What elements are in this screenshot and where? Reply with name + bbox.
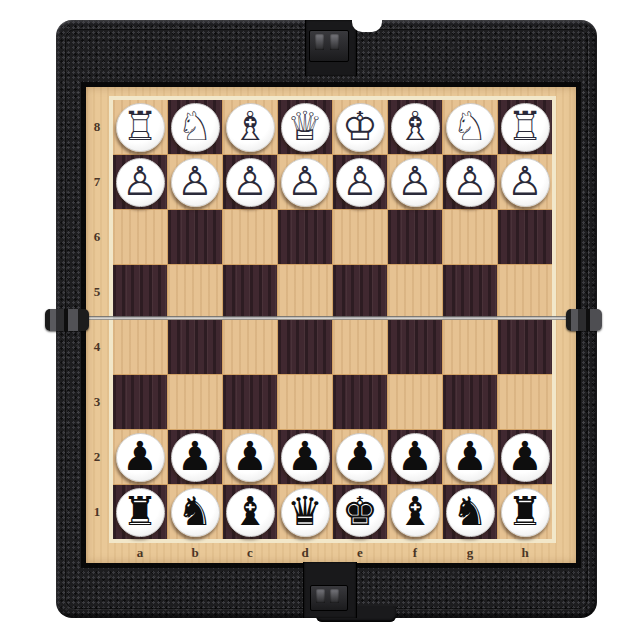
piece-black-bishop[interactable]: ♝ (226, 488, 275, 537)
square-e6[interactable] (333, 210, 387, 264)
piece-glyph: ♘ (452, 106, 488, 146)
piece-glyph: ♟ (122, 436, 158, 476)
piece-black-pawn[interactable]: ♟ (391, 433, 440, 482)
square-c8[interactable]: ♗ (223, 100, 277, 154)
rank-label-6: 6 (87, 210, 107, 264)
file-label-h: h (498, 544, 552, 562)
chess-board: ♖♘♗♕♔♗♘♖♙♙♙♙♙♙♙♙♟♟♟♟♟♟♟♟♜♞♝♛♚♝♞♜ 8765432… (86, 87, 576, 563)
piece-glyph: ♙ (397, 161, 433, 201)
square-f1[interactable]: ♝ (388, 485, 442, 539)
square-a7[interactable]: ♙ (113, 155, 167, 209)
rank-label-8: 8 (87, 100, 107, 154)
piece-white-rook[interactable]: ♖ (116, 103, 165, 152)
piece-glyph: ♙ (232, 161, 268, 201)
piece-glyph: ♖ (507, 106, 543, 146)
piece-black-bishop[interactable]: ♝ (391, 488, 440, 537)
piece-white-rook[interactable]: ♖ (501, 103, 550, 152)
rank-label-3: 3 (87, 375, 107, 429)
square-a6[interactable] (113, 210, 167, 264)
piece-white-knight[interactable]: ♘ (446, 103, 495, 152)
piece-white-pawn[interactable]: ♙ (336, 158, 385, 207)
file-label-f: f (388, 544, 442, 562)
square-f8[interactable]: ♗ (388, 100, 442, 154)
case-thumb-notch (352, 19, 382, 32)
pocket-chess-set-photo: ♖♘♗♕♔♗♘♖♙♙♙♙♙♙♙♙♟♟♟♟♟♟♟♟♜♞♝♛♚♝♞♜ 8765432… (0, 0, 640, 640)
hinge-barrel-left (45, 309, 89, 331)
square-c3[interactable] (223, 375, 277, 429)
piece-glyph: ♟ (232, 436, 268, 476)
file-label-b: b (168, 544, 222, 562)
square-g4[interactable] (443, 320, 497, 374)
piece-black-knight[interactable]: ♞ (171, 488, 220, 537)
square-g7[interactable]: ♙ (443, 155, 497, 209)
piece-white-pawn[interactable]: ♙ (116, 158, 165, 207)
piece-black-pawn[interactable]: ♟ (501, 433, 550, 482)
square-d7[interactable]: ♙ (278, 155, 332, 209)
square-h6[interactable] (498, 210, 552, 264)
square-a2[interactable]: ♟ (113, 430, 167, 484)
piece-black-knight[interactable]: ♞ (446, 488, 495, 537)
piece-black-pawn[interactable]: ♟ (336, 433, 385, 482)
square-e7[interactable]: ♙ (333, 155, 387, 209)
file-label-c: c (223, 544, 277, 562)
piece-black-rook[interactable]: ♜ (501, 488, 550, 537)
square-e5[interactable] (333, 265, 387, 319)
piece-glyph: ♙ (342, 161, 378, 201)
square-a1[interactable]: ♜ (113, 485, 167, 539)
square-h8[interactable]: ♖ (498, 100, 552, 154)
square-e3[interactable] (333, 375, 387, 429)
piece-white-queen[interactable]: ♕ (281, 103, 330, 152)
piece-glyph: ♙ (452, 161, 488, 201)
square-a8[interactable]: ♖ (113, 100, 167, 154)
piece-glyph: ♛ (287, 491, 323, 531)
square-c1[interactable]: ♝ (223, 485, 277, 539)
piece-glyph: ♟ (507, 436, 543, 476)
file-label-d: d (278, 544, 332, 562)
square-d8[interactable]: ♕ (278, 100, 332, 154)
rank-label-4: 4 (87, 320, 107, 374)
square-f4[interactable] (388, 320, 442, 374)
square-g6[interactable] (443, 210, 497, 264)
square-d4[interactable] (278, 320, 332, 374)
piece-white-pawn[interactable]: ♙ (171, 158, 220, 207)
piece-glyph: ♙ (287, 161, 323, 201)
square-d2[interactable]: ♟ (278, 430, 332, 484)
board-fold-seam (86, 316, 576, 320)
square-d1[interactable]: ♛ (278, 485, 332, 539)
square-f2[interactable]: ♟ (388, 430, 442, 484)
piece-black-rook[interactable]: ♜ (116, 488, 165, 537)
square-g2[interactable]: ♟ (443, 430, 497, 484)
piece-glyph: ♗ (397, 106, 433, 146)
piece-white-bishop[interactable]: ♗ (391, 103, 440, 152)
square-c4[interactable] (223, 320, 277, 374)
piece-black-pawn[interactable]: ♟ (116, 433, 165, 482)
square-e4[interactable] (333, 320, 387, 374)
square-c5[interactable] (223, 265, 277, 319)
piece-glyph: ♖ (122, 106, 158, 146)
square-d5[interactable] (278, 265, 332, 319)
rank-label-1: 1 (87, 485, 107, 539)
piece-glyph: ♙ (507, 161, 543, 201)
piece-glyph: ♝ (232, 491, 268, 531)
square-b8[interactable]: ♘ (168, 100, 222, 154)
piece-glyph: ♝ (397, 491, 433, 531)
piece-white-pawn[interactable]: ♙ (446, 158, 495, 207)
file-label-g: g (443, 544, 497, 562)
square-h7[interactable]: ♙ (498, 155, 552, 209)
square-b6[interactable] (168, 210, 222, 264)
clasp-slot (330, 589, 339, 603)
square-e2[interactable]: ♟ (333, 430, 387, 484)
piece-white-pawn[interactable]: ♙ (391, 158, 440, 207)
piece-glyph: ♞ (177, 491, 213, 531)
square-g3[interactable] (443, 375, 497, 429)
piece-white-pawn[interactable]: ♙ (501, 158, 550, 207)
square-b1[interactable]: ♞ (168, 485, 222, 539)
piece-glyph: ♔ (342, 106, 378, 146)
square-g1[interactable]: ♞ (443, 485, 497, 539)
square-d6[interactable] (278, 210, 332, 264)
piece-glyph: ♞ (452, 491, 488, 531)
square-f3[interactable] (388, 375, 442, 429)
file-label-e: e (333, 544, 387, 562)
piece-glyph: ♗ (232, 106, 268, 146)
piece-white-pawn[interactable]: ♙ (226, 158, 275, 207)
square-e8[interactable]: ♔ (333, 100, 387, 154)
clasp-slot (330, 34, 339, 50)
piece-black-pawn[interactable]: ♟ (281, 433, 330, 482)
hinge-barrel-right (566, 309, 602, 331)
rank-label-2: 2 (87, 430, 107, 484)
square-g5[interactable] (443, 265, 497, 319)
piece-glyph: ♜ (122, 491, 158, 531)
piece-glyph: ♟ (177, 436, 213, 476)
square-a3[interactable] (113, 375, 167, 429)
square-b7[interactable]: ♙ (168, 155, 222, 209)
piece-glyph: ♟ (452, 436, 488, 476)
square-f5[interactable] (388, 265, 442, 319)
rank-label-5: 5 (87, 265, 107, 319)
piece-glyph: ♕ (287, 106, 323, 146)
square-a4[interactable] (113, 320, 167, 374)
piece-glyph: ♙ (177, 161, 213, 201)
piece-glyph: ♟ (287, 436, 323, 476)
square-f7[interactable]: ♙ (388, 155, 442, 209)
clasp-slot (316, 589, 325, 603)
square-e1[interactable]: ♚ (333, 485, 387, 539)
square-g8[interactable]: ♘ (443, 100, 497, 154)
square-h4[interactable] (498, 320, 552, 374)
piece-black-pawn[interactable]: ♟ (171, 433, 220, 482)
square-c2[interactable]: ♟ (223, 430, 277, 484)
clasp-slot (315, 34, 324, 50)
piece-black-king[interactable]: ♚ (336, 488, 385, 537)
piece-black-pawn[interactable]: ♟ (226, 433, 275, 482)
square-h3[interactable] (498, 375, 552, 429)
square-b2[interactable]: ♟ (168, 430, 222, 484)
square-h1[interactable]: ♜ (498, 485, 552, 539)
square-c6[interactable] (223, 210, 277, 264)
rank-label-7: 7 (87, 155, 107, 209)
piece-black-pawn[interactable]: ♟ (446, 433, 495, 482)
square-f6[interactable] (388, 210, 442, 264)
square-a5[interactable] (113, 265, 167, 319)
piece-glyph: ♟ (397, 436, 433, 476)
square-h5[interactable] (498, 265, 552, 319)
piece-white-bishop[interactable]: ♗ (226, 103, 275, 152)
square-h2[interactable]: ♟ (498, 430, 552, 484)
piece-black-queen[interactable]: ♛ (281, 488, 330, 537)
file-label-a: a (113, 544, 167, 562)
piece-white-knight[interactable]: ♘ (171, 103, 220, 152)
square-b3[interactable] (168, 375, 222, 429)
piece-glyph: ♘ (177, 106, 213, 146)
piece-glyph: ♜ (507, 491, 543, 531)
piece-glyph: ♙ (122, 161, 158, 201)
piece-white-king[interactable]: ♔ (336, 103, 385, 152)
piece-white-pawn[interactable]: ♙ (281, 158, 330, 207)
piece-glyph: ♟ (342, 436, 378, 476)
piece-glyph: ♚ (342, 491, 378, 531)
square-b4[interactable] (168, 320, 222, 374)
square-c7[interactable]: ♙ (223, 155, 277, 209)
square-b5[interactable] (168, 265, 222, 319)
square-d3[interactable] (278, 375, 332, 429)
